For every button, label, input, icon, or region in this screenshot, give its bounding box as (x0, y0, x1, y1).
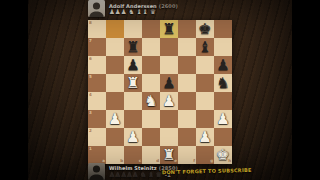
coordinate-label: h (228, 159, 231, 163)
square-b3: ♟ (106, 110, 124, 128)
square-c8 (124, 20, 142, 38)
captured-piece-icon: ♝ (142, 9, 148, 16)
square-d7 (142, 38, 160, 56)
captured-pieces-top: ♟♟♟♞♝♝♛ (109, 9, 156, 16)
square-h8 (214, 20, 232, 38)
square-e1: e♜ (160, 146, 178, 164)
square-h7 (214, 38, 232, 56)
square-g2: ♟ (196, 128, 214, 146)
square-b6 (106, 56, 124, 74)
square-b8 (106, 20, 124, 38)
black-bishop: ♝ (196, 38, 214, 56)
captured-piece-icon: ♞ (128, 9, 134, 16)
captured-piece-icon: ♟ (121, 9, 127, 16)
square-d8 (142, 20, 160, 38)
white-pawn: ♟ (196, 128, 214, 146)
square-c4 (124, 92, 142, 110)
coordinate-label: b (120, 159, 123, 163)
square-a6: 6 (88, 56, 106, 74)
letterbox-bar-right (292, 0, 320, 180)
square-f2 (178, 128, 196, 146)
square-a5: 5 (88, 74, 106, 92)
chess-board: 8♜♚7♜♝6♟♟5♜♟♞4♞♟3♟♟2♟♟1abcde♜fgh♚ (88, 20, 232, 164)
captured-piece-icon: ♟ (132, 172, 138, 179)
coordinate-label: 6 (89, 57, 92, 61)
square-d5 (142, 74, 160, 92)
square-h6: ♟ (214, 56, 232, 74)
coordinate-label: e (174, 159, 177, 163)
square-f6 (178, 56, 196, 74)
person-silhouette-icon (88, 0, 105, 17)
square-e3 (160, 110, 178, 128)
coordinate-label: 2 (89, 129, 92, 133)
square-g8: ♚ (196, 20, 214, 38)
black-rook: ♜ (160, 20, 178, 38)
video-frame: Adolf Anderssen(2600) ♟♟♟♞♝♝♛ 8♜♚7♜♝6♟♟5… (0, 0, 320, 180)
black-king: ♚ (196, 20, 214, 38)
captured-piece-icon: ♝ (148, 172, 154, 179)
wood-background: Adolf Anderssen(2600) ♟♟♟♞♝♝♛ 8♜♚7♜♝6♟♟5… (28, 0, 292, 180)
subscribe-reminder-text: DON'T FORGET TO SUBSCRIBE (162, 167, 252, 175)
coordinate-label: g (210, 159, 213, 163)
square-h3: ♟ (214, 110, 232, 128)
square-d6 (142, 56, 160, 74)
square-a4: 4 (88, 92, 106, 110)
square-a2: 2 (88, 128, 106, 146)
square-c3 (124, 110, 142, 128)
white-knight: ♞ (142, 92, 160, 110)
square-e2 (160, 128, 178, 146)
square-e5: ♟ (160, 74, 178, 92)
coordinate-label: 1 (89, 147, 92, 151)
square-d1: d (142, 146, 160, 164)
captured-piece-icon: ♛ (150, 9, 156, 16)
square-f3 (178, 110, 196, 128)
square-c1: c (124, 146, 142, 164)
captured-piece-icon: ♛ (156, 172, 162, 179)
square-d4: ♞ (142, 92, 160, 110)
square-b7 (106, 38, 124, 56)
black-pawn: ♟ (160, 74, 178, 92)
coordinate-label: 3 (89, 111, 92, 115)
square-b1: b (106, 146, 124, 164)
square-c2: ♟ (124, 128, 142, 146)
coordinate-label: 4 (89, 93, 92, 97)
black-pawn: ♟ (214, 56, 232, 74)
square-f5 (178, 74, 196, 92)
square-h5: ♞ (214, 74, 232, 92)
square-g6 (196, 56, 214, 74)
coordinate-label: c (139, 159, 141, 163)
square-c6: ♟ (124, 56, 142, 74)
white-pawn: ♟ (160, 92, 178, 110)
white-pawn: ♟ (124, 128, 142, 146)
square-a8: 8 (88, 20, 106, 38)
square-g3 (196, 110, 214, 128)
square-d2 (142, 128, 160, 146)
coordinate-label: 7 (89, 39, 92, 43)
black-pawn: ♟ (124, 56, 142, 74)
square-f8 (178, 20, 196, 38)
white-rook: ♜ (124, 74, 142, 92)
coordinate-label: f (193, 159, 195, 163)
square-b4 (106, 92, 124, 110)
coordinate-label: d (156, 159, 159, 163)
square-g7: ♝ (196, 38, 214, 56)
black-rook: ♜ (124, 38, 142, 56)
player-rating: (2600) (159, 3, 178, 9)
square-e8: ♜ (160, 20, 178, 38)
captured-piece-icon: ♞ (140, 172, 146, 179)
square-b5 (106, 74, 124, 92)
square-d3 (142, 110, 160, 128)
square-c7: ♜ (124, 38, 142, 56)
avatar-steinitz (88, 163, 105, 180)
square-g4 (196, 92, 214, 110)
coordinate-label: 8 (89, 21, 92, 25)
square-a1: 1a (88, 146, 106, 164)
square-f1: f (178, 146, 196, 164)
avatar-anderssen (88, 0, 105, 17)
letterbox-bar-left (0, 0, 28, 180)
square-e4: ♟ (160, 92, 178, 110)
square-h4 (214, 92, 232, 110)
coordinate-label: 5 (89, 75, 92, 79)
square-h1: h♚ (214, 146, 232, 164)
person-silhouette-icon (88, 163, 105, 180)
square-g5 (196, 74, 214, 92)
square-a3: 3 (88, 110, 106, 128)
square-a7: 7 (88, 38, 106, 56)
black-knight: ♞ (214, 74, 232, 92)
square-b2 (106, 128, 124, 146)
white-pawn: ♟ (214, 110, 232, 128)
square-f7 (178, 38, 196, 56)
white-pawn: ♟ (106, 110, 124, 128)
square-g1: g (196, 146, 214, 164)
square-f4 (178, 92, 196, 110)
square-h2 (214, 128, 232, 146)
square-e7 (160, 38, 178, 56)
square-c5: ♜ (124, 74, 142, 92)
square-e6 (160, 56, 178, 74)
